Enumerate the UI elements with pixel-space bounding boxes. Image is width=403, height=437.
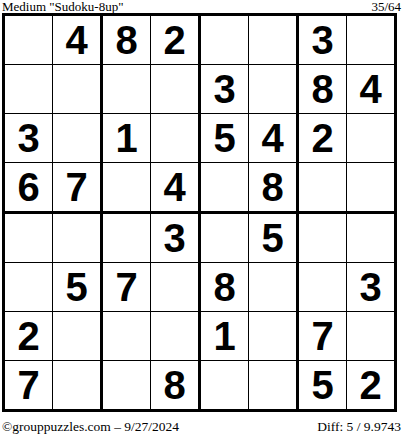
cell-r3c5[interactable]: 5 [201, 114, 249, 163]
cell-r2c4[interactable] [151, 65, 201, 114]
cell-r8c2[interactable] [53, 361, 103, 409]
cell-r1c8[interactable] [347, 16, 394, 65]
cell-r1c4[interactable]: 2 [151, 16, 201, 65]
cell-r5c1[interactable] [5, 214, 53, 263]
cell-r2c5[interactable]: 3 [201, 65, 249, 114]
cell-r6c3[interactable]: 7 [103, 263, 151, 312]
difficulty-label: Diff: 5 / 9.9743 [317, 419, 401, 434]
cell-r3c3[interactable]: 1 [103, 114, 151, 163]
cell-r4c5[interactable] [201, 163, 249, 214]
cell-r4c2[interactable]: 7 [53, 163, 103, 214]
cell-r5c7[interactable] [299, 214, 347, 263]
cell-r2c6[interactable] [249, 65, 299, 114]
sudoku-board: 48233843154267483557832177852 [2, 13, 397, 412]
footer: ©grouppuzzles.com – 9/27/2024 Diff: 5 / … [0, 419, 403, 434]
cell-r7c8[interactable] [347, 312, 394, 361]
cell-r6c2[interactable]: 5 [53, 263, 103, 312]
header: Medium "Sudoku-8up" 35/64 [0, 0, 403, 13]
cell-r6c1[interactable] [5, 263, 53, 312]
cell-r4c3[interactable] [103, 163, 151, 214]
cell-r2c3[interactable] [103, 65, 151, 114]
cell-r3c2[interactable] [53, 114, 103, 163]
cell-r7c7[interactable]: 7 [299, 312, 347, 361]
cell-r2c1[interactable] [5, 65, 53, 114]
cell-r6c6[interactable] [249, 263, 299, 312]
cell-r1c1[interactable] [5, 16, 53, 65]
cell-r8c4[interactable]: 8 [151, 361, 201, 409]
cell-r3c6[interactable]: 4 [249, 114, 299, 163]
cell-r7c5[interactable]: 1 [201, 312, 249, 361]
cell-r8c6[interactable] [249, 361, 299, 409]
cell-r3c4[interactable] [151, 114, 201, 163]
cell-r3c1[interactable]: 3 [5, 114, 53, 163]
cell-r8c5[interactable] [201, 361, 249, 409]
cell-r7c6[interactable] [249, 312, 299, 361]
cell-r2c8[interactable]: 4 [347, 65, 394, 114]
cell-r6c5[interactable]: 8 [201, 263, 249, 312]
cell-r1c3[interactable]: 8 [103, 16, 151, 65]
cell-r7c3[interactable] [103, 312, 151, 361]
cell-r4c7[interactable] [299, 163, 347, 214]
empty-cell-counter: 35/64 [371, 0, 401, 13]
cell-r7c2[interactable] [53, 312, 103, 361]
cell-r4c6[interactable]: 8 [249, 163, 299, 214]
cell-r5c8[interactable] [347, 214, 394, 263]
cell-r5c4[interactable]: 3 [151, 214, 201, 263]
cell-r7c1[interactable]: 2 [5, 312, 53, 361]
cell-r2c2[interactable] [53, 65, 103, 114]
cell-r1c2[interactable]: 4 [53, 16, 103, 65]
cell-r5c2[interactable] [53, 214, 103, 263]
copyright-date: ©grouppuzzles.com – 9/27/2024 [2, 419, 179, 434]
cell-r7c4[interactable] [151, 312, 201, 361]
cell-r8c1[interactable]: 7 [5, 361, 53, 409]
cell-r1c5[interactable] [201, 16, 249, 65]
cell-r5c5[interactable] [201, 214, 249, 263]
cell-r3c8[interactable] [347, 114, 394, 163]
cell-r5c3[interactable] [103, 214, 151, 263]
cell-r6c4[interactable] [151, 263, 201, 312]
cell-r3c7[interactable]: 2 [299, 114, 347, 163]
cell-r8c8[interactable]: 2 [347, 361, 394, 409]
cell-r4c4[interactable]: 4 [151, 163, 201, 214]
cell-r6c8[interactable]: 3 [347, 263, 394, 312]
puzzle-page: Medium "Sudoku-8up" 35/64 48233843154267… [0, 0, 403, 437]
cell-r4c1[interactable]: 6 [5, 163, 53, 214]
cell-r4c8[interactable] [347, 163, 394, 214]
cell-r6c7[interactable] [299, 263, 347, 312]
cell-r8c3[interactable] [103, 361, 151, 409]
cell-r5c6[interactable]: 5 [249, 214, 299, 263]
cell-r1c6[interactable] [249, 16, 299, 65]
puzzle-title: Medium "Sudoku-8up" [2, 0, 123, 13]
cell-r8c7[interactable]: 5 [299, 361, 347, 409]
cell-r1c7[interactable]: 3 [299, 16, 347, 65]
cell-r2c7[interactable]: 8 [299, 65, 347, 114]
